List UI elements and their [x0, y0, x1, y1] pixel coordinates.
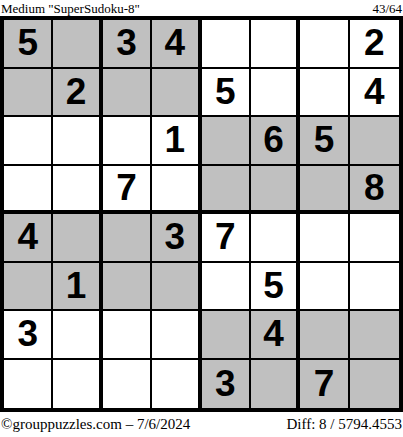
cell-r2c5: 5: [202, 69, 251, 118]
cell-r2c7[interactable]: [300, 69, 349, 118]
cell-r1c2[interactable]: [53, 20, 102, 69]
cell-r3c2[interactable]: [53, 117, 102, 166]
cell-r3c8[interactable]: [350, 117, 399, 166]
cell-r5c2[interactable]: [53, 214, 102, 263]
empty-cell-counter: 43/64: [372, 1, 402, 16]
cell-r5c8[interactable]: [350, 214, 399, 263]
cell-r7c7[interactable]: [300, 311, 349, 360]
cell-r7c5[interactable]: [202, 311, 251, 360]
cell-r6c8[interactable]: [350, 263, 399, 312]
cell-r4c1[interactable]: [4, 166, 53, 215]
cell-r8c4[interactable]: [152, 360, 201, 409]
cell-r7c3[interactable]: [103, 311, 152, 360]
cell-r3c6: 6: [251, 117, 300, 166]
cell-r3c7: 5: [300, 117, 349, 166]
cell-r4c5[interactable]: [202, 166, 251, 215]
cell-r5c7[interactable]: [300, 214, 349, 263]
cell-r6c1[interactable]: [4, 263, 53, 312]
cell-r1c8: 2: [350, 20, 399, 69]
cell-r1c3: 3: [103, 20, 152, 69]
cell-r3c3[interactable]: [103, 117, 152, 166]
cell-r4c8: 8: [350, 166, 399, 215]
cell-r4c2[interactable]: [53, 166, 102, 215]
cell-r8c8[interactable]: [350, 360, 399, 409]
cell-r2c3[interactable]: [103, 69, 152, 118]
cell-r7c4[interactable]: [152, 311, 201, 360]
cell-r1c6[interactable]: [251, 20, 300, 69]
cell-r5c4: 3: [152, 214, 201, 263]
cell-r3c5[interactable]: [202, 117, 251, 166]
cell-r5c6[interactable]: [251, 214, 300, 263]
cell-r4c6[interactable]: [251, 166, 300, 215]
cell-r3c4: 1: [152, 117, 201, 166]
cell-r2c6[interactable]: [251, 69, 300, 118]
cell-r6c6: 5: [251, 263, 300, 312]
cell-r8c5: 3: [202, 360, 251, 409]
puzzle-title: Medium "SuperSudoku-8": [1, 1, 140, 16]
cell-r3c1[interactable]: [4, 117, 53, 166]
cell-r1c5[interactable]: [202, 20, 251, 69]
difficulty-text: Diff: 8 / 5794.4553: [286, 416, 402, 433]
cell-r2c1[interactable]: [4, 69, 53, 118]
cell-r2c2: 2: [53, 69, 102, 118]
cell-r2c8: 4: [350, 69, 399, 118]
copyright-text: ©grouppuzzles.com – 7/6/2024: [1, 416, 190, 433]
cell-r7c1: 3: [4, 311, 53, 360]
cell-r6c3[interactable]: [103, 263, 152, 312]
cell-r6c2: 1: [53, 263, 102, 312]
cell-r7c6: 4: [251, 311, 300, 360]
cell-r8c6[interactable]: [251, 360, 300, 409]
cell-r1c1: 5: [4, 20, 53, 69]
sudoku-board: 534225416578437153437: [0, 16, 403, 412]
header: Medium "SuperSudoku-8" 43/64: [0, 0, 403, 16]
cell-r1c7[interactable]: [300, 20, 349, 69]
cell-r8c1[interactable]: [4, 360, 53, 409]
cell-r4c3: 7: [103, 166, 152, 215]
cell-r8c7: 7: [300, 360, 349, 409]
puzzle-page: Medium "SuperSudoku-8" 43/64 53422541657…: [0, 0, 403, 437]
cell-r5c5: 7: [202, 214, 251, 263]
cell-r2c4[interactable]: [152, 69, 201, 118]
footer: ©grouppuzzles.com – 7/6/2024 Diff: 8 / 5…: [0, 412, 403, 437]
cell-r4c7[interactable]: [300, 166, 349, 215]
cell-r8c3[interactable]: [103, 360, 152, 409]
cell-r8c2[interactable]: [53, 360, 102, 409]
cell-r5c3[interactable]: [103, 214, 152, 263]
cell-r7c2[interactable]: [53, 311, 102, 360]
cell-r6c4[interactable]: [152, 263, 201, 312]
cell-r5c1: 4: [4, 214, 53, 263]
cell-r7c8[interactable]: [350, 311, 399, 360]
cell-r4c4[interactable]: [152, 166, 201, 215]
cell-r1c4: 4: [152, 20, 201, 69]
cell-r6c5[interactable]: [202, 263, 251, 312]
cell-r6c7[interactable]: [300, 263, 349, 312]
